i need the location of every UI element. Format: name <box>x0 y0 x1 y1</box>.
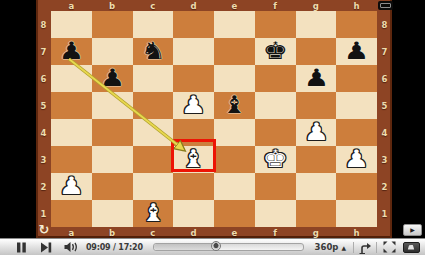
square-h5 <box>336 92 377 119</box>
square-f1 <box>255 200 296 227</box>
video-player: abcdefgh887♟♞♚♟76♟♟65♟♝54♟43♝♚♟32♟21♝1ab… <box>0 0 425 255</box>
black-pawn: ♟ <box>333 38 381 65</box>
white-pawn: ♟ <box>292 119 340 146</box>
mini-play-icon: ▶ <box>410 227 415 233</box>
square-d7 <box>173 38 214 65</box>
volume-button[interactable] <box>58 239 84 255</box>
next-icon <box>40 242 52 253</box>
square-a3 <box>51 146 92 173</box>
highlight-square-d3 <box>171 139 216 172</box>
square-c3 <box>133 146 174 173</box>
frame-corner <box>377 227 392 238</box>
rank-label-5-right: 5 <box>377 92 392 119</box>
square-h8 <box>336 11 377 38</box>
file-label-f-top: f <box>255 0 296 11</box>
square-c8 <box>133 11 174 38</box>
seek-bar-played <box>154 244 216 250</box>
divider <box>353 242 354 253</box>
fullscreen-icon <box>383 241 396 253</box>
square-c4 <box>133 119 174 146</box>
square-f8 <box>255 11 296 38</box>
square-g1 <box>296 200 337 227</box>
square-e1 <box>214 200 255 227</box>
square-f3: ♚ <box>255 146 296 173</box>
file-label-c-bottom: c <box>133 227 174 238</box>
divider <box>376 242 377 253</box>
file-label-f-bottom: f <box>255 227 296 238</box>
square-a4 <box>51 119 92 146</box>
square-h2 <box>336 173 377 200</box>
square-a6 <box>51 65 92 92</box>
mini-play-button[interactable]: ▶ <box>403 224 422 236</box>
file-label-g-top: g <box>296 0 337 11</box>
annotation-box-icon <box>380 3 391 8</box>
time-display: 09:09 / 17:20 <box>86 243 143 252</box>
square-g5 <box>296 92 337 119</box>
chess-board-frame: abcdefgh887♟♞♚♟76♟♟65♟♝54♟43♝♚♟32♟21♝1ab… <box>36 0 392 238</box>
black-king: ♚ <box>251 38 299 65</box>
file-label-b-top: b <box>92 0 133 11</box>
black-pawn: ♟ <box>88 65 136 92</box>
square-e3 <box>214 146 255 173</box>
square-g8 <box>296 11 337 38</box>
square-d6 <box>173 65 214 92</box>
square-h1 <box>336 200 377 227</box>
frame-corner <box>36 0 51 11</box>
rank-label-5-left: 5 <box>36 92 51 119</box>
player-control-bar: 09:09 / 17:20 360p ▲ <box>0 238 425 255</box>
pause-button[interactable] <box>8 239 34 255</box>
file-label-d-bottom: d <box>173 227 214 238</box>
file-label-a-bottom: a <box>51 227 92 238</box>
square-g3 <box>296 146 337 173</box>
video-area[interactable]: abcdefgh887♟♞♚♟76♟♟65♟♝54♟43♝♚♟32♟21♝1ab… <box>36 0 392 238</box>
square-b6: ♟ <box>92 65 133 92</box>
square-d8 <box>173 11 214 38</box>
square-c5 <box>133 92 174 119</box>
popout-button[interactable] <box>399 239 423 255</box>
resize-player-icon <box>359 241 372 254</box>
file-label-a-top: a <box>51 0 92 11</box>
square-d1 <box>173 200 214 227</box>
file-label-h-bottom: h <box>336 227 377 238</box>
white-pawn: ♟ <box>333 146 381 173</box>
annotation-close-box[interactable] <box>378 1 393 10</box>
square-a1 <box>51 200 92 227</box>
square-e5: ♝ <box>214 92 255 119</box>
square-b1 <box>92 200 133 227</box>
square-b5 <box>92 92 133 119</box>
rank-label-6-left: 6 <box>36 65 51 92</box>
fullscreen-button[interactable] <box>379 239 399 255</box>
square-f7: ♚ <box>255 38 296 65</box>
quality-button[interactable]: 360p ▲ <box>310 239 351 255</box>
square-c2 <box>133 173 174 200</box>
square-c7: ♞ <box>133 38 174 65</box>
rank-label-4-left: 4 <box>36 119 51 146</box>
file-label-g-bottom: g <box>296 227 337 238</box>
square-b3 <box>92 146 133 173</box>
quality-label: 360p <box>315 242 339 252</box>
square-h3: ♟ <box>336 146 377 173</box>
file-label-b-bottom: b <box>92 227 133 238</box>
square-g4: ♟ <box>296 119 337 146</box>
square-e4 <box>214 119 255 146</box>
flip-board-icon: ↻ <box>37 222 51 237</box>
square-f5 <box>255 92 296 119</box>
square-b8 <box>92 11 133 38</box>
square-a2: ♟ <box>51 173 92 200</box>
white-bishop: ♝ <box>129 200 177 227</box>
volume-icon <box>64 241 79 253</box>
file-label-d-top: d <box>173 0 214 11</box>
square-d2 <box>173 173 214 200</box>
file-label-e-top: e <box>214 0 255 11</box>
square-g6: ♟ <box>296 65 337 92</box>
pause-icon <box>16 242 27 253</box>
file-label-h-top: h <box>336 0 377 11</box>
square-b7 <box>92 38 133 65</box>
black-knight: ♞ <box>129 38 177 65</box>
square-f6 <box>255 65 296 92</box>
square-a7: ♟ <box>51 38 92 65</box>
file-label-e-bottom: e <box>214 227 255 238</box>
square-h7: ♟ <box>336 38 377 65</box>
square-e8 <box>214 11 255 38</box>
square-f4 <box>255 119 296 146</box>
seek-handle[interactable] <box>211 241 221 251</box>
square-g7 <box>296 38 337 65</box>
black-bishop: ♝ <box>210 92 258 119</box>
next-button[interactable] <box>34 239 58 255</box>
square-c6 <box>133 65 174 92</box>
square-h6 <box>336 65 377 92</box>
square-a8 <box>51 11 92 38</box>
rank-label-6-right: 6 <box>377 65 392 92</box>
square-c1: ♝ <box>133 200 174 227</box>
square-e7 <box>214 38 255 65</box>
square-e2 <box>214 173 255 200</box>
square-a5 <box>51 92 92 119</box>
square-b4 <box>92 119 133 146</box>
square-b2 <box>92 173 133 200</box>
square-f2 <box>255 173 296 200</box>
rank-label-4-right: 4 <box>377 119 392 146</box>
black-pawn: ♟ <box>292 65 340 92</box>
square-e6 <box>214 65 255 92</box>
rank-label-1-right: 1 <box>377 200 392 227</box>
rank-label-8-left: 8 <box>36 11 51 38</box>
rank-label-8-right: 8 <box>377 11 392 38</box>
quality-caret-icon: ▲ <box>341 244 346 251</box>
white-pawn: ♟ <box>47 173 95 200</box>
popout-icon <box>403 242 420 253</box>
file-label-c-top: c <box>133 0 174 11</box>
rank-label-3-left: 3 <box>36 146 51 173</box>
square-d5: ♟ <box>173 92 214 119</box>
white-king: ♚ <box>251 146 299 173</box>
rank-label-2-right: 2 <box>377 173 392 200</box>
resize-player-button[interactable] <box>356 239 374 255</box>
square-h4 <box>336 119 377 146</box>
black-pawn: ♟ <box>47 38 95 65</box>
seek-bar[interactable] <box>153 243 304 251</box>
square-g2 <box>296 173 337 200</box>
